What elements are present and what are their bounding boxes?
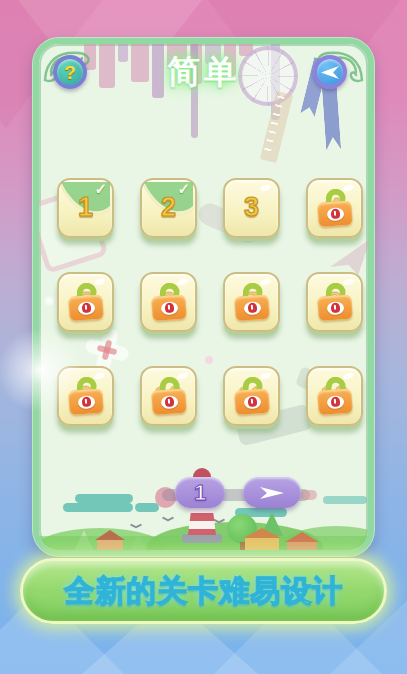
level-grid: ✓1✓23456789101112: [57, 178, 363, 426]
next-page-button[interactable]: [243, 477, 301, 508]
level-number: 3: [244, 192, 259, 223]
back-button[interactable]: [313, 55, 347, 89]
house-decoration: [97, 530, 125, 553]
promo-banner: 全新的关卡难易设计: [20, 558, 387, 624]
game-screen: ✓1✓23456789101112 简单 ? 1: [0, 0, 407, 674]
lock-icon: [67, 283, 105, 320]
page-indicator: 1: [175, 477, 225, 508]
level-tile-9[interactable]: 9: [57, 366, 114, 426]
level-tile-2[interactable]: ✓2: [140, 178, 197, 238]
level-tile-10[interactable]: 10: [140, 366, 197, 426]
level-tile-7[interactable]: 7: [223, 272, 280, 332]
level-tile-11[interactable]: 11: [223, 366, 280, 426]
house-decoration: [287, 532, 319, 555]
level-tile-5[interactable]: 5: [57, 272, 114, 332]
sparkle-decoration: [44, 296, 54, 306]
help-button[interactable]: ?: [53, 55, 87, 89]
level-tile-8[interactable]: 8: [306, 272, 363, 332]
promo-banner-text: 全新的关卡难易设计: [64, 571, 343, 612]
level-tile-4[interactable]: 4: [306, 178, 363, 238]
lock-icon: [233, 283, 271, 320]
lock-icon: [150, 283, 188, 320]
lock-icon: [316, 283, 354, 320]
house-decoration: [245, 528, 281, 551]
cloud-decoration: [323, 496, 367, 504]
lock-icon: [67, 377, 105, 414]
bird-decoration: [162, 518, 174, 524]
level-number: 1: [78, 192, 93, 223]
level-number: 2: [161, 192, 176, 223]
paper-plane-left-icon: [320, 65, 340, 80]
bird-decoration: [130, 525, 142, 531]
cloud-decoration: [63, 503, 133, 512]
level-tile-3[interactable]: 3: [223, 178, 280, 238]
checkmark-icon: ✓: [94, 180, 107, 198]
lock-icon: [316, 377, 354, 414]
lock-icon: [316, 189, 354, 226]
paper-plane-right-icon: [259, 485, 285, 501]
lock-icon: [150, 377, 188, 414]
cloud-decoration: [75, 494, 133, 503]
question-mark-icon: ?: [64, 63, 76, 82]
pink-stub-decoration: [300, 490, 317, 500]
level-tile-6[interactable]: 6: [140, 272, 197, 332]
level-tile-1[interactable]: ✓1: [57, 178, 114, 238]
level-tile-12[interactable]: 12: [306, 366, 363, 426]
page-number: 1: [194, 480, 206, 506]
cloud-decoration: [135, 503, 159, 512]
checkmark-icon: ✓: [177, 180, 190, 198]
lock-icon: [233, 377, 271, 414]
